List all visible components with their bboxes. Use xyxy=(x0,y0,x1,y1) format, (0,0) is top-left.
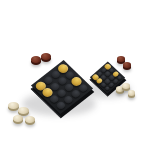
cream-disc[interactable] xyxy=(128,90,135,97)
maroon-disc-top xyxy=(31,56,41,63)
maroon-disc-top xyxy=(123,62,131,68)
maroon-disc[interactable] xyxy=(41,53,51,62)
maroon-disc-top xyxy=(41,53,51,60)
cream-disc-top xyxy=(122,83,130,89)
cream-disc[interactable] xyxy=(13,115,23,124)
maroon-disc-top xyxy=(117,56,125,62)
maroon-disc[interactable] xyxy=(123,62,131,70)
cream-disc-top xyxy=(13,115,23,122)
empty-socket xyxy=(104,85,110,91)
empty-socket xyxy=(55,101,66,111)
cream-disc-top xyxy=(25,116,35,123)
cream-disc[interactable] xyxy=(25,116,35,125)
cream-disc-top xyxy=(18,107,29,114)
cream-disc-top xyxy=(128,90,135,95)
product-photo-scene xyxy=(0,0,150,150)
maroon-disc[interactable] xyxy=(31,56,41,65)
